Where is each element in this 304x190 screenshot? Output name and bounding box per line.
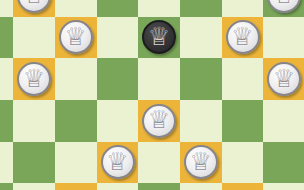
light-square [97,17,139,59]
black-king-piece[interactable]: ♕ [142,20,176,54]
crown-icon: ♕ [106,149,128,176]
white-king-piece[interactable]: ♕ [17,62,51,96]
white-king-piece[interactable]: ♕ [267,0,301,13]
crown-icon: ♕ [23,66,45,93]
dark-square[interactable]: ♕ [263,0,304,17]
highlighted-square[interactable]: ♕ [222,17,264,59]
dark-square[interactable] [97,0,139,17]
checkers-board: ♕♕♕♕♕♕♕♕♕♕ [0,0,304,190]
light-square [0,58,13,100]
crown-icon: ♕ [65,24,87,51]
highlighted-square[interactable]: ♕ [180,142,222,184]
crown-icon: ♕ [190,149,212,176]
dark-square[interactable] [0,183,13,190]
dark-square[interactable] [263,142,304,184]
light-square [222,0,264,17]
dark-square[interactable] [97,58,139,100]
crown-icon: ♕ [23,0,45,9]
light-square [263,17,304,59]
light-square [180,100,222,142]
light-square [13,17,55,59]
light-square [0,0,13,17]
light-square [263,183,304,190]
highlighted-square[interactable]: ♕ [97,142,139,184]
highlighted-square[interactable]: ♕ [13,0,55,17]
dark-square[interactable] [180,58,222,100]
light-square [180,183,222,190]
white-king-piece[interactable]: ♕ [17,0,51,13]
checkers-screen: ♕♕♕♕♕♕♕♕♕♕ [0,0,304,190]
light-square [222,58,264,100]
dark-square[interactable] [0,17,13,59]
dark-square[interactable] [180,0,222,17]
light-square [180,17,222,59]
dark-square[interactable] [222,100,264,142]
light-square [138,58,180,100]
highlighted-square[interactable]: ♕ [13,58,55,100]
light-square [97,183,139,190]
highlighted-square[interactable]: ♕ [138,100,180,142]
light-square [263,100,304,142]
light-square [13,100,55,142]
highlighted-square[interactable]: ♕ [263,58,304,100]
white-king-piece[interactable]: ♕ [226,20,260,54]
crown-icon: ♕ [148,24,170,51]
dark-square[interactable]: ♕ [138,17,180,59]
dark-square[interactable] [13,142,55,184]
dark-square[interactable] [138,183,180,190]
dark-square[interactable] [0,100,13,142]
light-square [0,142,13,184]
light-square [222,142,264,184]
white-king-piece[interactable]: ♕ [101,145,135,179]
crown-icon: ♕ [273,0,295,9]
light-square [97,100,139,142]
crown-icon: ♕ [231,24,253,51]
white-king-piece[interactable]: ♕ [142,104,176,138]
white-king-piece[interactable]: ♕ [59,20,93,54]
white-king-piece[interactable]: ♕ [267,62,301,96]
highlighted-square[interactable]: ♕ [55,17,97,59]
light-square [138,0,180,17]
white-king-piece[interactable]: ♕ [184,145,218,179]
light-square [55,0,97,17]
highlighted-square[interactable] [55,183,97,190]
light-square [138,142,180,184]
light-square [13,183,55,190]
light-square [55,142,97,184]
highlighted-square[interactable] [222,183,264,190]
crown-icon: ♕ [148,107,170,134]
dark-square[interactable] [55,100,97,142]
crown-icon: ♕ [273,66,295,93]
light-square [55,58,97,100]
